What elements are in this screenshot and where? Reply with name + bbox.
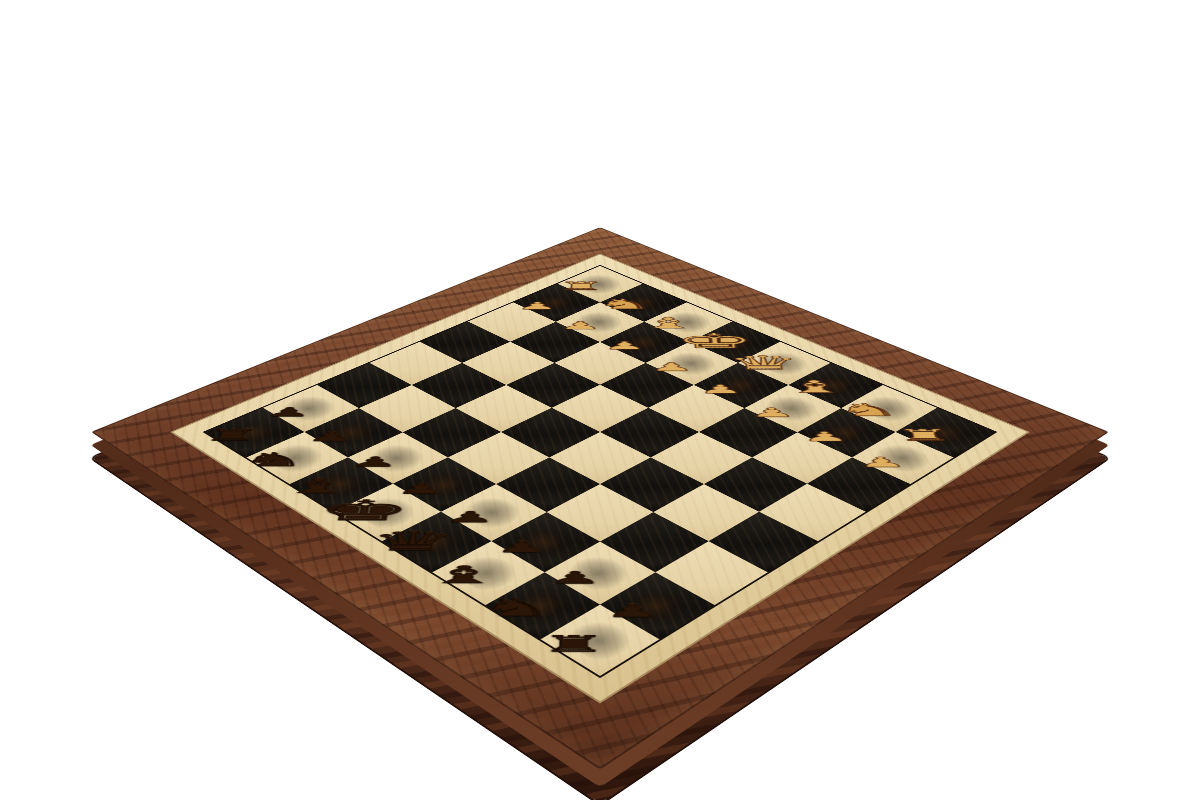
square-r8c6[interactable]: ♝ bbox=[432, 541, 544, 605]
light-pawn[interactable]: ♟ bbox=[856, 455, 908, 469]
dark-bishop[interactable]: ♝ bbox=[424, 562, 502, 586]
square-r8c4[interactable]: ♚ bbox=[334, 484, 440, 541]
square-r5c5[interactable] bbox=[549, 432, 650, 484]
dark-queen[interactable]: ♛ bbox=[366, 528, 458, 555]
page: { "game": "chess", "scene": { "backgroun… bbox=[0, 0, 1200, 800]
dark-pawn[interactable]: ♟ bbox=[395, 482, 447, 496]
light-bishop[interactable]: ♝ bbox=[782, 378, 849, 395]
square-r7c7[interactable]: ♟ bbox=[544, 541, 656, 605]
dark-pawn[interactable]: ♟ bbox=[349, 455, 400, 469]
square-r8c8[interactable]: ♜ bbox=[541, 605, 659, 676]
dark-pawn[interactable]: ♟ bbox=[263, 406, 313, 419]
dark-pawn[interactable]: ♟ bbox=[548, 569, 602, 586]
dark-rook[interactable]: ♜ bbox=[540, 633, 608, 655]
square-r8c3[interactable]: ♝ bbox=[289, 457, 393, 511]
square-r5c7[interactable] bbox=[653, 484, 759, 541]
light-pawn[interactable]: ♟ bbox=[748, 406, 796, 419]
product-photo-scene: ♜♞♝♚♛♝♞♜♟♟♟♟♟♟♟♟♟♟♟♟♟♟♟♟♜♞♝♚♛♝♞♜ bbox=[0, 0, 1200, 800]
square-r4c7[interactable] bbox=[704, 457, 808, 511]
light-pawn[interactable]: ♟ bbox=[698, 383, 744, 395]
light-rook[interactable]: ♜ bbox=[894, 427, 955, 443]
square-r3c7[interactable] bbox=[752, 432, 853, 484]
light-pawn[interactable]: ♟ bbox=[801, 430, 851, 443]
light-pawn[interactable]: ♟ bbox=[604, 340, 647, 351]
square-r7c8[interactable]: ♟ bbox=[600, 572, 715, 639]
dark-king[interactable]: ♚ bbox=[314, 497, 413, 525]
square-r7c3[interactable]: ♟ bbox=[347, 432, 448, 484]
light-pawn[interactable]: ♟ bbox=[559, 320, 601, 330]
dark-rook[interactable]: ♜ bbox=[201, 427, 262, 443]
square-r6c8[interactable] bbox=[656, 541, 768, 605]
dark-pawn[interactable]: ♟ bbox=[605, 602, 660, 620]
square-r7c4[interactable]: ♟ bbox=[393, 457, 497, 511]
square-r5c8[interactable] bbox=[709, 512, 818, 572]
light-queen[interactable]: ♛ bbox=[726, 353, 803, 372]
square-r5c6[interactable] bbox=[600, 457, 704, 511]
square-r8c2[interactable]: ♞ bbox=[246, 432, 347, 484]
light-knight[interactable]: ♞ bbox=[835, 401, 903, 418]
board-3d-stage: ♜♞♝♚♛♝♞♜♟♟♟♟♟♟♟♟♟♟♟♟♟♟♟♟♜♞♝♚♛♝♞♜ bbox=[0, 0, 1200, 800]
board-rosewood-frame: ♜♞♝♚♛♝♞♜♟♟♟♟♟♟♟♟♟♟♟♟♟♟♟♟♜♞♝♚♛♝♞♜ bbox=[91, 227, 1109, 770]
light-king[interactable]: ♚ bbox=[675, 331, 757, 351]
light-knight[interactable]: ♞ bbox=[596, 297, 653, 311]
light-pawn[interactable]: ♟ bbox=[517, 301, 559, 311]
dark-knight[interactable]: ♞ bbox=[238, 450, 310, 469]
dark-pawn[interactable]: ♟ bbox=[443, 509, 495, 524]
dark-knight[interactable]: ♞ bbox=[478, 595, 555, 620]
dark-pawn[interactable]: ♟ bbox=[494, 539, 547, 555]
dark-bishop[interactable]: ♝ bbox=[280, 476, 355, 496]
square-r6c6[interactable] bbox=[547, 484, 653, 541]
square-r4c6[interactable] bbox=[651, 432, 752, 484]
square-r6c7[interactable] bbox=[600, 512, 709, 572]
square-r8c5[interactable]: ♛ bbox=[382, 512, 491, 572]
chess-board: ♜♞♝♚♛♝♞♜♟♟♟♟♟♟♟♟♟♟♟♟♟♟♟♟♜♞♝♚♛♝♞♜ bbox=[91, 227, 1109, 770]
square-r4c8[interactable] bbox=[759, 484, 865, 541]
square-r3c8[interactable] bbox=[807, 457, 911, 511]
light-rook[interactable]: ♜ bbox=[557, 280, 605, 291]
square-r6c4[interactable] bbox=[448, 432, 549, 484]
square-r2c8[interactable]: ♟ bbox=[853, 432, 954, 484]
square-r7c6[interactable]: ♟ bbox=[491, 512, 600, 572]
dark-pawn[interactable]: ♟ bbox=[305, 430, 355, 443]
square-r6c5[interactable] bbox=[496, 457, 600, 511]
square-r7c5[interactable]: ♟ bbox=[441, 484, 547, 541]
light-pawn[interactable]: ♟ bbox=[650, 361, 695, 372]
board-maple-border: ♜♞♝♚♛♝♞♜♟♟♟♟♟♟♟♟♟♟♟♟♟♟♟♟♜♞♝♚♛♝♞♜ bbox=[170, 254, 1030, 704]
square-r8c7[interactable]: ♞ bbox=[485, 572, 600, 639]
